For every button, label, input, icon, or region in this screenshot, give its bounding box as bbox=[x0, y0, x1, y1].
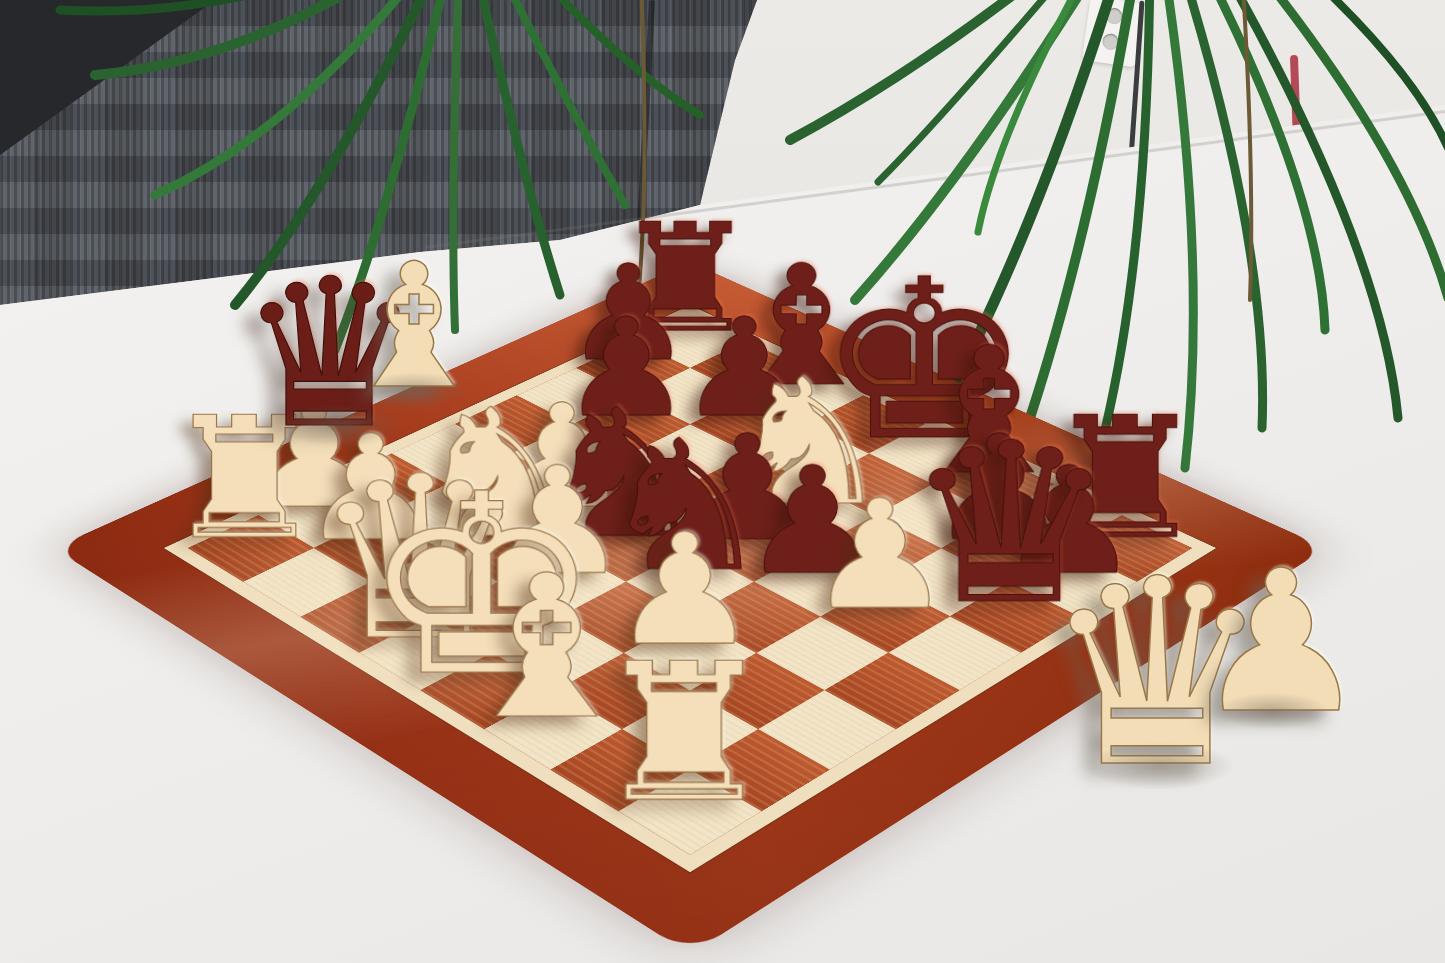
piece-shadow bbox=[1085, 742, 1235, 790]
piece-shadow bbox=[360, 372, 470, 406]
square-h1[interactable]: ♜ bbox=[619, 769, 762, 855]
white-rook[interactable]: ♜ bbox=[591, 638, 777, 829]
piece-shadow bbox=[275, 405, 405, 447]
white-pawn[interactable]: ♟ bbox=[807, 479, 954, 630]
piece-shadow bbox=[1215, 692, 1330, 730]
photo-scene: ♜♝♚♝♜♟♟♟♟♟♞♛♟♟♟♟♞♞♞♟♟♟♟♜♛♚♝♜ ♛ ♝ ♛ ♟ bbox=[0, 0, 1445, 963]
